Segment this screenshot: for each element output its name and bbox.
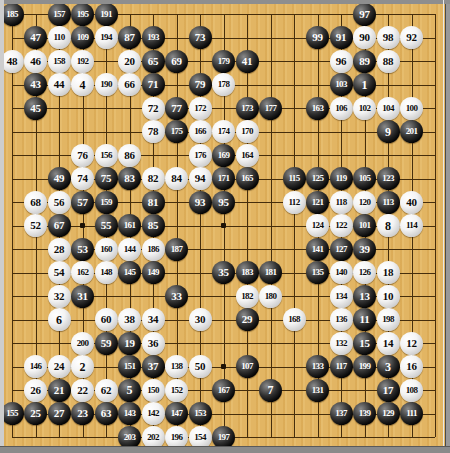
stone-number: 56 [54, 196, 64, 207]
stone-132[interactable]: 132 [330, 332, 353, 355]
stone-number: 113 [382, 197, 393, 206]
stone-number: 199 [359, 362, 371, 371]
stone-number: 169 [218, 150, 230, 159]
stone-193[interactable]: 193 [142, 26, 165, 49]
stone-number: 126 [359, 268, 371, 277]
stone-number: 141 [312, 244, 324, 253]
stone-164[interactable]: 164 [236, 144, 259, 167]
stone-number: 5 [127, 384, 133, 396]
stone-15[interactable]: 15 [353, 332, 376, 355]
stone-156[interactable]: 156 [95, 144, 118, 167]
stone-number: 180 [265, 291, 277, 300]
stone-number: 143 [124, 409, 136, 418]
stone-67[interactable]: 67 [48, 214, 71, 237]
stone-112[interactable]: 112 [283, 191, 306, 214]
stone-number: 63 [101, 408, 111, 419]
stone-173[interactable]: 173 [236, 97, 259, 120]
stone-number: 175 [171, 127, 183, 136]
stone-73[interactable]: 73 [189, 26, 212, 49]
stone-111[interactable]: 111 [400, 402, 423, 425]
stone-186[interactable]: 186 [142, 238, 165, 261]
stone-92[interactable]: 92 [400, 26, 423, 49]
stone-135[interactable]: 135 [306, 261, 329, 284]
stone-number: 91 [336, 32, 346, 43]
stone-number: 165 [241, 174, 253, 183]
stone-182[interactable]: 182 [236, 285, 259, 308]
stone-number: 132 [335, 338, 347, 347]
stone-44[interactable]: 44 [48, 73, 71, 96]
stone-number: 10 [383, 290, 393, 301]
stone-number: 134 [335, 291, 347, 300]
stone-169[interactable]: 169 [212, 144, 235, 167]
stone-number: 32 [54, 290, 64, 301]
stone-149[interactable]: 149 [142, 261, 165, 284]
stone-47[interactable]: 47 [24, 26, 47, 49]
stone-34[interactable]: 34 [142, 308, 165, 331]
stone-167[interactable]: 167 [212, 379, 235, 402]
stone-3[interactable]: 3 [377, 355, 400, 378]
stone-number: 171 [218, 174, 230, 183]
stone-number: 176 [194, 150, 206, 159]
stone-number: 107 [241, 362, 253, 371]
stone-number: 155 [6, 409, 18, 418]
stone-77[interactable]: 77 [165, 97, 188, 120]
stone-number: 17 [383, 384, 393, 395]
stone-136[interactable]: 136 [330, 308, 353, 331]
stone-183[interactable]: 183 [236, 261, 259, 284]
window-frame-left [0, 0, 4, 453]
stone-36[interactable]: 36 [142, 332, 165, 355]
stone-124[interactable]: 124 [306, 214, 329, 237]
stone-number: 193 [147, 33, 159, 42]
stone-166[interactable]: 166 [189, 120, 212, 143]
stone-125[interactable]: 125 [306, 167, 329, 190]
stone-number: 162 [77, 268, 89, 277]
stone-160[interactable]: 160 [95, 238, 118, 261]
stone-number: 105 [359, 174, 371, 183]
stone-121[interactable]: 121 [306, 191, 329, 214]
stone-22[interactable]: 22 [71, 379, 94, 402]
stone-96[interactable]: 96 [330, 50, 353, 73]
stone-200[interactable]: 200 [71, 332, 94, 355]
stone-84[interactable]: 84 [165, 167, 188, 190]
stone-number: 164 [241, 150, 253, 159]
star-point [221, 364, 226, 369]
stone-13[interactable]: 13 [353, 285, 376, 308]
stone-122[interactable]: 122 [330, 214, 353, 237]
stone-89[interactable]: 89 [353, 50, 376, 73]
stone-number: 152 [171, 385, 183, 394]
stone-14[interactable]: 14 [377, 332, 400, 355]
stone-175[interactable]: 175 [165, 120, 188, 143]
stone-114[interactable]: 114 [400, 214, 423, 237]
stone-number: 88 [383, 55, 393, 66]
stone-180[interactable]: 180 [259, 285, 282, 308]
stone-60[interactable]: 60 [95, 308, 118, 331]
go-diagram-window: 1851571951919747110109194871937399919098… [0, 0, 450, 453]
stone-number: 146 [30, 362, 42, 371]
stone-139[interactable]: 139 [353, 402, 376, 425]
stone-158[interactable]: 158 [48, 50, 71, 73]
stone-number: 163 [312, 103, 324, 112]
stone-50[interactable]: 50 [189, 355, 212, 378]
stone-97[interactable]: 97 [353, 3, 376, 26]
stone-number: 138 [171, 362, 183, 371]
stone-65[interactable]: 65 [142, 50, 165, 73]
stone-98[interactable]: 98 [377, 26, 400, 49]
stone-108[interactable]: 108 [400, 379, 423, 402]
stone-49[interactable]: 49 [48, 167, 71, 190]
stone-number: 148 [100, 268, 112, 277]
stone-number: 97 [359, 8, 369, 19]
stone-192[interactable]: 192 [71, 50, 94, 73]
stone-number: 131 [312, 385, 324, 394]
stone-107[interactable]: 107 [236, 355, 259, 378]
stone-number: 57 [77, 196, 87, 207]
stone-195[interactable]: 195 [71, 3, 94, 26]
stone-177[interactable]: 177 [259, 97, 282, 120]
stone-56[interactable]: 56 [48, 191, 71, 214]
stone-20[interactable]: 20 [118, 50, 141, 73]
stone-153[interactable]: 153 [189, 402, 212, 425]
stone-163[interactable]: 163 [306, 97, 329, 120]
stone-57[interactable]: 57 [71, 191, 94, 214]
stone-number: 89 [359, 55, 369, 66]
stone-number: 83 [124, 173, 134, 184]
stone-140[interactable]: 140 [330, 261, 353, 284]
stone-number: 93 [195, 196, 205, 207]
stone-35[interactable]: 35 [212, 261, 235, 284]
stone-46[interactable]: 46 [24, 50, 47, 73]
stone-number: 79 [195, 79, 205, 90]
stone-88[interactable]: 88 [377, 50, 400, 73]
stone-41[interactable]: 41 [236, 50, 259, 73]
stone-137[interactable]: 137 [330, 402, 353, 425]
stone-8[interactable]: 8 [377, 214, 400, 237]
go-board[interactable]: 1851571951919747110109194871937399919098… [4, 4, 446, 448]
stone-168[interactable]: 168 [283, 308, 306, 331]
stone-17[interactable]: 17 [377, 379, 400, 402]
stone-number: 14 [383, 337, 393, 348]
stone-number: 174 [218, 127, 230, 136]
stone-11[interactable]: 11 [353, 308, 376, 331]
stone-157[interactable]: 157 [48, 3, 71, 26]
stone-number: 43 [30, 79, 40, 90]
stone-27[interactable]: 27 [48, 402, 71, 425]
stone-174[interactable]: 174 [212, 120, 235, 143]
stone-115[interactable]: 115 [283, 167, 306, 190]
stone-171[interactable]: 171 [212, 167, 235, 190]
stone-31[interactable]: 31 [71, 285, 94, 308]
stone-number: 167 [218, 385, 230, 394]
stone-number: 98 [383, 32, 393, 43]
stone-number: 122 [335, 221, 347, 230]
stone-1[interactable]: 1 [353, 73, 376, 96]
stone-148[interactable]: 148 [95, 261, 118, 284]
stone-number: 139 [359, 409, 371, 418]
stone-number: 104 [382, 103, 394, 112]
stone-87[interactable]: 87 [118, 26, 141, 49]
stone-number: 30 [195, 314, 205, 325]
stone-93[interactable]: 93 [189, 191, 212, 214]
stone-12[interactable]: 12 [400, 332, 423, 355]
stone-138[interactable]: 138 [165, 355, 188, 378]
stone-number: 19 [124, 337, 134, 348]
stone-62[interactable]: 62 [95, 379, 118, 402]
stone-127[interactable]: 127 [330, 238, 353, 261]
stone-7[interactable]: 7 [259, 379, 282, 402]
stone-72[interactable]: 72 [142, 97, 165, 120]
stone-90[interactable]: 90 [353, 26, 376, 49]
stone-number: 153 [194, 409, 206, 418]
stone-161[interactable]: 161 [118, 214, 141, 237]
stone-201[interactable]: 201 [400, 120, 423, 143]
stone-176[interactable]: 176 [189, 144, 212, 167]
stone-113[interactable]: 113 [377, 191, 400, 214]
stone-63[interactable]: 63 [95, 402, 118, 425]
stone-32[interactable]: 32 [48, 285, 71, 308]
star-point [221, 223, 226, 228]
stone-178[interactable]: 178 [212, 73, 235, 96]
stone-number: 201 [406, 127, 418, 136]
stone-number: 71 [148, 79, 158, 90]
stone-94[interactable]: 94 [189, 167, 212, 190]
stone-23[interactable]: 23 [71, 402, 94, 425]
stone-number: 123 [382, 174, 394, 183]
stone-102[interactable]: 102 [353, 97, 376, 120]
stone-number: 13 [359, 290, 369, 301]
stone-number: 49 [54, 173, 64, 184]
stone-145[interactable]: 145 [118, 261, 141, 284]
stone-number: 136 [335, 315, 347, 324]
stone-129[interactable]: 129 [377, 402, 400, 425]
stone-25[interactable]: 25 [24, 402, 47, 425]
stone-number: 149 [147, 268, 159, 277]
stone-29[interactable]: 29 [236, 308, 259, 331]
stone-number: 33 [171, 290, 181, 301]
stone-86[interactable]: 86 [118, 144, 141, 167]
stone-172[interactable]: 172 [189, 97, 212, 120]
stone-number: 157 [53, 9, 65, 18]
stone-number: 147 [171, 409, 183, 418]
stone-100[interactable]: 100 [400, 97, 423, 120]
stone-number: 92 [406, 32, 416, 43]
stone-number: 158 [53, 56, 65, 65]
stone-109[interactable]: 109 [71, 26, 94, 49]
stone-26[interactable]: 26 [24, 379, 47, 402]
stone-number: 125 [312, 174, 324, 183]
stone-146[interactable]: 146 [24, 355, 47, 378]
stone-187[interactable]: 187 [165, 238, 188, 261]
stone-number: 96 [336, 55, 346, 66]
stone-53[interactable]: 53 [71, 238, 94, 261]
stone-number: 99 [312, 32, 322, 43]
stone-number: 66 [124, 79, 134, 90]
stone-number: 37 [148, 361, 158, 372]
stone-66[interactable]: 66 [118, 73, 141, 96]
stone-number: 87 [124, 32, 134, 43]
stone-101[interactable]: 101 [353, 214, 376, 237]
stone-number: 127 [335, 244, 347, 253]
stone-144[interactable]: 144 [118, 238, 141, 261]
stone-45[interactable]: 45 [24, 97, 47, 120]
stone-141[interactable]: 141 [306, 238, 329, 261]
stone-21[interactable]: 21 [48, 379, 71, 402]
stone-19[interactable]: 19 [118, 332, 141, 355]
stone-52[interactable]: 52 [24, 214, 47, 237]
stone-131[interactable]: 131 [306, 379, 329, 402]
stone-number: 29 [242, 314, 252, 325]
grid-line [435, 14, 436, 437]
stone-number: 74 [77, 173, 87, 184]
stone-38[interactable]: 38 [118, 308, 141, 331]
stone-number: 202 [147, 432, 159, 441]
stone-159[interactable]: 159 [95, 191, 118, 214]
stone-18[interactable]: 18 [377, 261, 400, 284]
stone-4[interactable]: 4 [71, 73, 94, 96]
stone-151[interactable]: 151 [118, 355, 141, 378]
stone-103[interactable]: 103 [330, 73, 353, 96]
stone-number: 94 [195, 173, 205, 184]
stone-number: 34 [148, 314, 158, 325]
stone-6[interactable]: 6 [48, 308, 71, 331]
stone-120[interactable]: 120 [353, 191, 376, 214]
stone-number: 137 [335, 409, 347, 418]
stone-105[interactable]: 105 [353, 167, 376, 190]
stone-number: 192 [77, 56, 89, 65]
stone-110[interactable]: 110 [48, 26, 71, 49]
stone-number: 133 [312, 362, 324, 371]
stone-number: 47 [30, 32, 40, 43]
stone-number: 196 [171, 432, 183, 441]
stone-104[interactable]: 104 [377, 97, 400, 120]
stone-81[interactable]: 81 [142, 191, 165, 214]
stone-133[interactable]: 133 [306, 355, 329, 378]
stone-118[interactable]: 118 [330, 191, 353, 214]
stone-number: 117 [335, 362, 346, 371]
stone-181[interactable]: 181 [259, 261, 282, 284]
stone-123[interactable]: 123 [377, 167, 400, 190]
stone-40[interactable]: 40 [400, 191, 423, 214]
stone-55[interactable]: 55 [95, 214, 118, 237]
stone-number: 186 [147, 244, 159, 253]
stone-54[interactable]: 54 [48, 261, 71, 284]
stone-126[interactable]: 126 [353, 261, 376, 284]
stone-74[interactable]: 74 [71, 167, 94, 190]
stone-number: 160 [100, 244, 112, 253]
stone-number: 31 [77, 290, 87, 301]
stone-199[interactable]: 199 [353, 355, 376, 378]
stone-39[interactable]: 39 [353, 238, 376, 261]
stone-number: 76 [77, 149, 87, 160]
stone-69[interactable]: 69 [165, 50, 188, 73]
stone-number: 90 [359, 32, 369, 43]
stone-number: 68 [30, 196, 40, 207]
stone-117[interactable]: 117 [330, 355, 353, 378]
stone-33[interactable]: 33 [165, 285, 188, 308]
stone-91[interactable]: 91 [330, 26, 353, 49]
stone-191[interactable]: 191 [95, 3, 118, 26]
stone-150[interactable]: 150 [142, 379, 165, 402]
stone-190[interactable]: 190 [95, 73, 118, 96]
stone-134[interactable]: 134 [330, 285, 353, 308]
stone-59[interactable]: 59 [95, 332, 118, 355]
stone-number: 178 [218, 80, 230, 89]
stone-number: 135 [312, 268, 324, 277]
stone-number: 59 [101, 337, 111, 348]
stone-number: 168 [288, 315, 300, 324]
stone-number: 172 [194, 103, 206, 112]
stone-152[interactable]: 152 [165, 379, 188, 402]
stone-number: 62 [101, 384, 111, 395]
stone-83[interactable]: 83 [118, 167, 141, 190]
stone-95[interactable]: 95 [212, 191, 235, 214]
stone-number: 20 [124, 55, 134, 66]
stone-10[interactable]: 10 [377, 285, 400, 308]
stone-9[interactable]: 9 [377, 120, 400, 143]
stone-number: 8 [385, 219, 391, 231]
stone-number: 44 [54, 79, 64, 90]
stone-2[interactable]: 2 [71, 355, 94, 378]
stone-28[interactable]: 28 [48, 238, 71, 261]
stone-16[interactable]: 16 [400, 355, 423, 378]
stone-number: 100 [406, 103, 418, 112]
stone-number: 197 [218, 432, 230, 441]
stone-194[interactable]: 194 [95, 26, 118, 49]
stone-71[interactable]: 71 [142, 73, 165, 96]
stone-78[interactable]: 78 [142, 120, 165, 143]
stone-number: 53 [77, 243, 87, 254]
stone-number: 194 [100, 33, 112, 42]
stone-5[interactable]: 5 [118, 379, 141, 402]
stone-75[interactable]: 75 [95, 167, 118, 190]
stone-24[interactable]: 24 [48, 355, 71, 378]
stone-143[interactable]: 143 [118, 402, 141, 425]
stone-165[interactable]: 165 [236, 167, 259, 190]
stone-162[interactable]: 162 [71, 261, 94, 284]
stone-68[interactable]: 68 [24, 191, 47, 214]
stone-number: 65 [148, 55, 158, 66]
stone-179[interactable]: 179 [212, 50, 235, 73]
stone-82[interactable]: 82 [142, 167, 165, 190]
stone-79[interactable]: 79 [189, 73, 212, 96]
stone-number: 115 [288, 174, 299, 183]
stone-147[interactable]: 147 [165, 402, 188, 425]
stone-106[interactable]: 106 [330, 97, 353, 120]
stone-170[interactable]: 170 [236, 120, 259, 143]
stone-number: 121 [312, 197, 324, 206]
stone-number: 161 [124, 221, 136, 230]
stone-142[interactable]: 142 [142, 402, 165, 425]
stone-30[interactable]: 30 [189, 308, 212, 331]
stone-number: 78 [148, 126, 158, 137]
stone-number: 52 [30, 220, 40, 231]
stone-number: 50 [195, 361, 205, 372]
stone-number: 21 [54, 384, 64, 395]
stone-198[interactable]: 198 [377, 308, 400, 331]
stone-85[interactable]: 85 [142, 214, 165, 237]
stone-119[interactable]: 119 [330, 167, 353, 190]
stone-number: 179 [218, 56, 230, 65]
stone-number: 181 [265, 268, 277, 277]
stone-76[interactable]: 76 [71, 144, 94, 167]
stone-43[interactable]: 43 [24, 73, 47, 96]
stone-number: 1 [362, 78, 368, 90]
stone-99[interactable]: 99 [306, 26, 329, 49]
stone-number: 185 [6, 9, 18, 18]
stone-number: 45 [30, 102, 40, 113]
stone-37[interactable]: 37 [142, 355, 165, 378]
